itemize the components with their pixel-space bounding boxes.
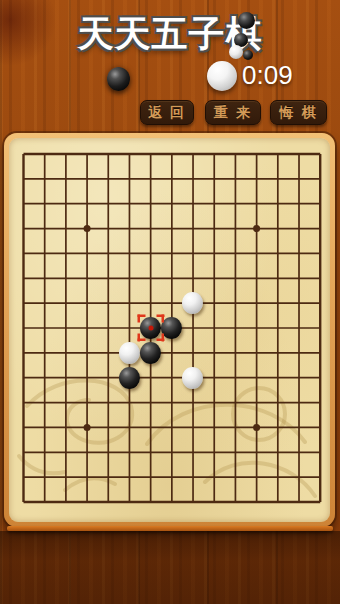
- white-stone: [182, 291, 203, 316]
- last-move-dot: [148, 325, 153, 330]
- board-base-edge: [7, 526, 333, 531]
- black-stone: [119, 365, 140, 390]
- board-frame: [4, 133, 335, 527]
- title-black-stone-icon: [243, 50, 253, 60]
- black-stone-glyph: [119, 367, 140, 389]
- white-stone: [119, 340, 140, 365]
- title-black-stone-icon: [238, 12, 255, 29]
- board[interactable]: [9, 138, 330, 522]
- black-stone-glyph: [161, 317, 182, 339]
- white-player-stone-icon: [207, 61, 237, 91]
- black-player-stone-icon: [107, 67, 130, 91]
- black-stone: [140, 316, 161, 341]
- title-white-stone-icon: [229, 45, 243, 59]
- black-stone-glyph: [140, 342, 161, 364]
- board-intersections[interactable]: [13, 142, 330, 515]
- undo-button[interactable]: 悔 棋: [270, 100, 327, 125]
- white-stone-glyph: [182, 367, 203, 389]
- restart-button[interactable]: 重 来: [205, 100, 261, 125]
- app-title: 天天五子棋: [0, 10, 340, 59]
- back-button[interactable]: 返 回: [140, 100, 194, 125]
- black-stone: [140, 340, 161, 365]
- gomoku-app: 天天五子棋 0:09 返 回 重 来 悔 棋: [0, 0, 340, 604]
- white-stone: [182, 365, 203, 390]
- white-stone-glyph: [182, 292, 203, 314]
- white-stone-glyph: [119, 342, 140, 364]
- white-timer: 0:09: [242, 60, 293, 91]
- lower-wood-shade: [0, 531, 340, 604]
- black-stone: [161, 316, 182, 341]
